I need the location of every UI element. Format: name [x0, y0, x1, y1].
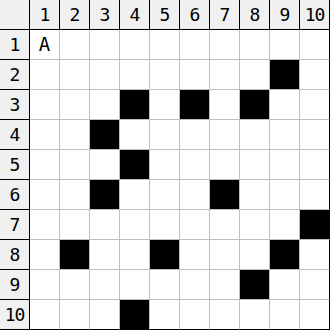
grid-cell-r9c3[interactable]: [90, 270, 120, 300]
grid-cell-r9c4[interactable]: [120, 270, 150, 300]
grid-cell-r7c3[interactable]: [90, 210, 120, 240]
col-header-5: 5: [150, 0, 180, 30]
grid-cell-r6c2[interactable]: [60, 180, 90, 210]
grid-cell-r2c1[interactable]: [30, 60, 60, 90]
grid-cell-r9c9[interactable]: [270, 270, 300, 300]
grid-cell-r10c1[interactable]: [30, 300, 60, 330]
grid-cell-r1c4[interactable]: [120, 30, 150, 60]
grid-cell-r5c7[interactable]: [210, 150, 240, 180]
grid-cell-r7c4[interactable]: [120, 210, 150, 240]
grid-cell-r9c1[interactable]: [30, 270, 60, 300]
grid-cell-r1c10[interactable]: [300, 30, 330, 60]
col-header-4: 4: [120, 0, 150, 30]
grid-cell-r10c10[interactable]: [300, 300, 330, 330]
row-header-4: 4: [0, 120, 30, 150]
grid-cell-r6c4[interactable]: [120, 180, 150, 210]
grid-cell-r10c2[interactable]: [60, 300, 90, 330]
grid-cell-r6c9[interactable]: [270, 180, 300, 210]
grid-cell-r1c3[interactable]: [90, 30, 120, 60]
black-cell-r9c8[interactable]: [240, 270, 270, 300]
grid-cell-r2c4[interactable]: [120, 60, 150, 90]
col-header-7: 7: [210, 0, 240, 30]
col-header-2: 2: [60, 0, 90, 30]
grid-cell-r7c7[interactable]: [210, 210, 240, 240]
grid-cell-r8c8[interactable]: [240, 240, 270, 270]
grid-cell-r5c5[interactable]: [150, 150, 180, 180]
grid-cell-r5c2[interactable]: [60, 150, 90, 180]
grid-cell-r6c10[interactable]: [300, 180, 330, 210]
grid-cell-r7c1[interactable]: [30, 210, 60, 240]
row-header-2: 2: [0, 60, 30, 90]
grid-cell-r3c5[interactable]: [150, 90, 180, 120]
row-header-9: 9: [0, 270, 30, 300]
grid-cell-r1c9[interactable]: [270, 30, 300, 60]
row-header-6: 6: [0, 180, 30, 210]
grid-cell-r5c9[interactable]: [270, 150, 300, 180]
grid-cell-r7c6[interactable]: [180, 210, 210, 240]
grid-cell-r1c6[interactable]: [180, 30, 210, 60]
grid-cell-r8c1[interactable]: [30, 240, 60, 270]
grid-cell-r6c8[interactable]: [240, 180, 270, 210]
grid-cell-r5c3[interactable]: [90, 150, 120, 180]
grid-cell-r1c8[interactable]: [240, 30, 270, 60]
grid-cell-r7c9[interactable]: [270, 210, 300, 240]
black-cell-r6c3[interactable]: [90, 180, 120, 210]
grid-cell-r9c10[interactable]: [300, 270, 330, 300]
grid-cell-r8c6[interactable]: [180, 240, 210, 270]
black-cell-r10c4[interactable]: [120, 300, 150, 330]
grid-cell-r6c5[interactable]: [150, 180, 180, 210]
row-header-1: 1: [0, 30, 30, 60]
grid-cell-r4c2[interactable]: [60, 120, 90, 150]
grid-cell-r8c4[interactable]: [120, 240, 150, 270]
grid-cell-r6c1[interactable]: [30, 180, 60, 210]
black-cell-r2c9[interactable]: [270, 60, 300, 90]
grid-cell-r8c7[interactable]: [210, 240, 240, 270]
grid-cell-r5c6[interactable]: [180, 150, 210, 180]
grid-cell-r2c10[interactable]: [300, 60, 330, 90]
puzzle-board: 123456789101A2345678910: [0, 0, 330, 330]
grid-cell-r3c7[interactable]: [210, 90, 240, 120]
col-header-10: 10: [300, 0, 330, 30]
grid-cell-r3c2[interactable]: [60, 90, 90, 120]
grid-cell-r2c8[interactable]: [240, 60, 270, 90]
grid-cell-r9c2[interactable]: [60, 270, 90, 300]
grid-cell-r3c10[interactable]: [300, 90, 330, 120]
grid-cell-r4c6[interactable]: [180, 120, 210, 150]
grid-cell-r2c3[interactable]: [90, 60, 120, 90]
black-cell-r6c7[interactable]: [210, 180, 240, 210]
black-cell-r3c8[interactable]: [240, 90, 270, 120]
row-header-7: 7: [0, 210, 30, 240]
grid-cell-r5c8[interactable]: [240, 150, 270, 180]
corner-cell: [0, 0, 30, 30]
col-header-6: 6: [180, 0, 210, 30]
grid-cell-r10c5[interactable]: [150, 300, 180, 330]
row-header-8: 8: [0, 240, 30, 270]
black-cell-r7c10[interactable]: [300, 210, 330, 240]
black-cell-r4c3[interactable]: [90, 120, 120, 150]
black-cell-r3c4[interactable]: [120, 90, 150, 120]
grid-cell-r2c2[interactable]: [60, 60, 90, 90]
black-cell-r8c2[interactable]: [60, 240, 90, 270]
row-header-10: 10: [0, 300, 30, 330]
grid-cell-r2c7[interactable]: [210, 60, 240, 90]
col-header-1: 1: [30, 0, 60, 30]
grid-cell-r10c6[interactable]: [180, 300, 210, 330]
grid-cell-r10c7[interactable]: [210, 300, 240, 330]
black-cell-r8c5[interactable]: [150, 240, 180, 270]
grid-cell-r9c7[interactable]: [210, 270, 240, 300]
grid-cell-r9c5[interactable]: [150, 270, 180, 300]
grid-cell-r7c8[interactable]: [240, 210, 270, 240]
grid-cell-r4c4[interactable]: [120, 120, 150, 150]
grid-cell-r3c1[interactable]: [30, 90, 60, 120]
grid-cell-r8c3[interactable]: [90, 240, 120, 270]
grid-cell-r4c1[interactable]: [30, 120, 60, 150]
col-header-9: 9: [270, 0, 300, 30]
grid-cell-r3c3[interactable]: [90, 90, 120, 120]
row-header-5: 5: [0, 150, 30, 180]
black-cell-r3c6[interactable]: [180, 90, 210, 120]
grid-cell-r10c9[interactable]: [270, 300, 300, 330]
grid-cell-r1c2[interactable]: [60, 30, 90, 60]
grid-cell-r4c10[interactable]: [300, 120, 330, 150]
grid-cell-r7c5[interactable]: [150, 210, 180, 240]
grid-cell-r7c2[interactable]: [60, 210, 90, 240]
grid-cell-r4c7[interactable]: [210, 120, 240, 150]
row-header-3: 3: [0, 90, 30, 120]
grid-cell-r4c5[interactable]: [150, 120, 180, 150]
grid-cell-r1c1[interactable]: A: [30, 30, 60, 60]
col-header-8: 8: [240, 0, 270, 30]
grid-cell-r5c1[interactable]: [30, 150, 60, 180]
grid-cell-r1c7[interactable]: [210, 30, 240, 60]
grid-cell-r2c6[interactable]: [180, 60, 210, 90]
black-cell-r8c9[interactable]: [270, 240, 300, 270]
black-cell-r5c4[interactable]: [120, 150, 150, 180]
grid-cell-r8c10[interactable]: [300, 240, 330, 270]
grid-cell-r10c8[interactable]: [240, 300, 270, 330]
grid-cell-r4c8[interactable]: [240, 120, 270, 150]
col-header-3: 3: [90, 0, 120, 30]
grid-cell-r5c10[interactable]: [300, 150, 330, 180]
grid-cell-r4c9[interactable]: [270, 120, 300, 150]
grid-cell-r9c6[interactable]: [180, 270, 210, 300]
grid-cell-r1c5[interactable]: [150, 30, 180, 60]
grid-cell-r2c5[interactable]: [150, 60, 180, 90]
grid-cell-r6c6[interactable]: [180, 180, 210, 210]
grid-cell-r3c9[interactable]: [270, 90, 300, 120]
grid-cell-r10c3[interactable]: [90, 300, 120, 330]
